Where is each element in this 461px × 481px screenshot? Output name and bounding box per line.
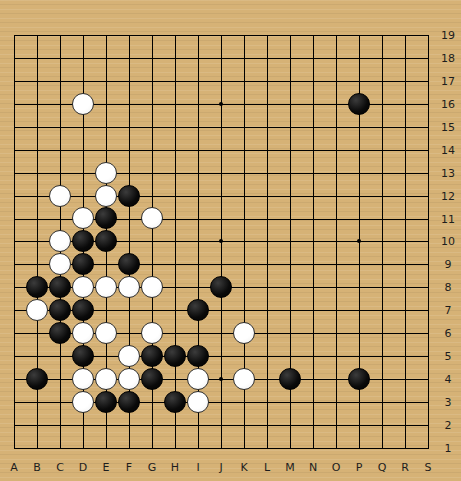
intersection-N2[interactable] xyxy=(302,413,325,436)
intersection-M10[interactable] xyxy=(279,230,302,253)
intersection-E4[interactable] xyxy=(95,368,118,391)
intersection-L19[interactable] xyxy=(256,24,279,47)
intersection-I15[interactable] xyxy=(187,115,210,138)
intersection-J16[interactable] xyxy=(210,92,233,115)
intersection-I11[interactable] xyxy=(187,207,210,230)
intersection-I10[interactable] xyxy=(187,230,210,253)
intersection-M8[interactable] xyxy=(279,276,302,299)
intersection-B16[interactable] xyxy=(26,92,49,115)
intersection-F13[interactable] xyxy=(118,161,141,184)
intersection-O13[interactable] xyxy=(325,161,348,184)
intersection-L12[interactable] xyxy=(256,184,279,207)
intersection-F6[interactable] xyxy=(118,322,141,345)
intersection-H12[interactable] xyxy=(164,184,187,207)
intersection-S14[interactable] xyxy=(417,138,440,161)
intersection-O3[interactable] xyxy=(325,391,348,414)
intersection-B3[interactable] xyxy=(26,391,49,414)
intersection-G12[interactable] xyxy=(141,184,164,207)
intersection-B13[interactable] xyxy=(26,161,49,184)
intersection-O4[interactable] xyxy=(325,368,348,391)
intersection-F18[interactable] xyxy=(118,46,141,69)
intersection-G18[interactable] xyxy=(141,46,164,69)
intersection-H5[interactable] xyxy=(164,345,187,368)
intersection-C5[interactable] xyxy=(49,345,72,368)
intersection-H16[interactable] xyxy=(164,92,187,115)
intersection-N12[interactable] xyxy=(302,184,325,207)
intersection-Q2[interactable] xyxy=(371,413,394,436)
intersection-M18[interactable] xyxy=(279,46,302,69)
intersection-E3[interactable] xyxy=(95,391,118,414)
intersection-J4[interactable] xyxy=(210,368,233,391)
intersection-I18[interactable] xyxy=(187,46,210,69)
intersection-O10[interactable] xyxy=(325,230,348,253)
intersection-F2[interactable] xyxy=(118,413,141,436)
intersection-R15[interactable] xyxy=(394,115,417,138)
intersection-E6[interactable] xyxy=(95,322,118,345)
intersection-Q8[interactable] xyxy=(371,276,394,299)
intersection-H11[interactable] xyxy=(164,207,187,230)
intersection-M5[interactable] xyxy=(279,345,302,368)
intersection-A11[interactable] xyxy=(3,207,26,230)
intersection-P10[interactable] xyxy=(348,230,371,253)
intersection-Q17[interactable] xyxy=(371,69,394,92)
intersection-Q19[interactable] xyxy=(371,24,394,47)
intersection-F4[interactable] xyxy=(118,368,141,391)
intersection-P6[interactable] xyxy=(348,322,371,345)
intersection-R11[interactable] xyxy=(394,207,417,230)
intersection-H10[interactable] xyxy=(164,230,187,253)
intersection-O6[interactable] xyxy=(325,322,348,345)
intersection-G3[interactable] xyxy=(141,391,164,414)
intersection-G9[interactable] xyxy=(141,253,164,276)
intersection-P5[interactable] xyxy=(348,345,371,368)
intersection-K7[interactable] xyxy=(233,299,256,322)
intersection-H2[interactable] xyxy=(164,413,187,436)
intersection-B6[interactable] xyxy=(26,322,49,345)
intersection-H1[interactable] xyxy=(164,436,187,459)
intersection-O11[interactable] xyxy=(325,207,348,230)
intersection-D16[interactable] xyxy=(72,92,95,115)
intersection-K9[interactable] xyxy=(233,253,256,276)
intersection-C6[interactable] xyxy=(49,322,72,345)
intersection-D15[interactable] xyxy=(72,115,95,138)
intersection-P4[interactable] xyxy=(348,368,371,391)
intersection-H14[interactable] xyxy=(164,138,187,161)
intersection-N14[interactable] xyxy=(302,138,325,161)
intersection-A16[interactable] xyxy=(3,92,26,115)
intersection-I16[interactable] xyxy=(187,92,210,115)
intersection-B11[interactable] xyxy=(26,207,49,230)
intersection-L18[interactable] xyxy=(256,46,279,69)
intersection-L11[interactable] xyxy=(256,207,279,230)
intersection-M12[interactable] xyxy=(279,184,302,207)
intersection-S8[interactable] xyxy=(417,276,440,299)
intersection-L3[interactable] xyxy=(256,391,279,414)
intersection-K3[interactable] xyxy=(233,391,256,414)
intersection-A8[interactable] xyxy=(3,276,26,299)
intersection-J19[interactable] xyxy=(210,24,233,47)
intersection-F9[interactable] xyxy=(118,253,141,276)
intersection-O5[interactable] xyxy=(325,345,348,368)
intersection-I8[interactable] xyxy=(187,276,210,299)
intersection-E7[interactable] xyxy=(95,299,118,322)
intersection-P15[interactable] xyxy=(348,115,371,138)
intersection-H18[interactable] xyxy=(164,46,187,69)
intersection-K11[interactable] xyxy=(233,207,256,230)
intersection-G1[interactable] xyxy=(141,436,164,459)
intersection-N5[interactable] xyxy=(302,345,325,368)
intersection-L8[interactable] xyxy=(256,276,279,299)
intersection-S15[interactable] xyxy=(417,115,440,138)
intersection-R16[interactable] xyxy=(394,92,417,115)
intersection-D19[interactable] xyxy=(72,24,95,47)
intersection-L4[interactable] xyxy=(256,368,279,391)
intersection-Q15[interactable] xyxy=(371,115,394,138)
intersection-M17[interactable] xyxy=(279,69,302,92)
intersection-K12[interactable] xyxy=(233,184,256,207)
intersection-G15[interactable] xyxy=(141,115,164,138)
intersection-B4[interactable] xyxy=(26,368,49,391)
intersection-B2[interactable] xyxy=(26,413,49,436)
intersection-G6[interactable] xyxy=(141,322,164,345)
intersection-K15[interactable] xyxy=(233,115,256,138)
intersection-F3[interactable] xyxy=(118,391,141,414)
intersection-E5[interactable] xyxy=(95,345,118,368)
intersection-J7[interactable] xyxy=(210,299,233,322)
intersection-Q3[interactable] xyxy=(371,391,394,414)
intersection-G8[interactable] xyxy=(141,276,164,299)
intersection-H15[interactable] xyxy=(164,115,187,138)
intersection-C3[interactable] xyxy=(49,391,72,414)
intersection-K6[interactable] xyxy=(233,322,256,345)
intersection-D14[interactable] xyxy=(72,138,95,161)
intersection-O14[interactable] xyxy=(325,138,348,161)
intersection-N17[interactable] xyxy=(302,69,325,92)
intersection-L17[interactable] xyxy=(256,69,279,92)
intersection-B14[interactable] xyxy=(26,138,49,161)
intersection-F11[interactable] xyxy=(118,207,141,230)
intersection-N15[interactable] xyxy=(302,115,325,138)
intersection-P8[interactable] xyxy=(348,276,371,299)
intersection-N4[interactable] xyxy=(302,368,325,391)
intersection-S9[interactable] xyxy=(417,253,440,276)
intersection-Q7[interactable] xyxy=(371,299,394,322)
intersection-K2[interactable] xyxy=(233,413,256,436)
intersection-D8[interactable] xyxy=(72,276,95,299)
intersection-S12[interactable] xyxy=(417,184,440,207)
intersection-E16[interactable] xyxy=(95,92,118,115)
intersection-J6[interactable] xyxy=(210,322,233,345)
intersection-J12[interactable] xyxy=(210,184,233,207)
intersection-A2[interactable] xyxy=(3,413,26,436)
intersection-I2[interactable] xyxy=(187,413,210,436)
intersection-L5[interactable] xyxy=(256,345,279,368)
intersection-N3[interactable] xyxy=(302,391,325,414)
intersection-B8[interactable] xyxy=(26,276,49,299)
intersection-A9[interactable] xyxy=(3,253,26,276)
intersection-F8[interactable] xyxy=(118,276,141,299)
intersection-O15[interactable] xyxy=(325,115,348,138)
intersection-G13[interactable] xyxy=(141,161,164,184)
intersection-P1[interactable] xyxy=(348,436,371,459)
intersection-L10[interactable] xyxy=(256,230,279,253)
intersection-I4[interactable] xyxy=(187,368,210,391)
intersection-S17[interactable] xyxy=(417,69,440,92)
intersection-S10[interactable] xyxy=(417,230,440,253)
intersection-S13[interactable] xyxy=(417,161,440,184)
intersection-S2[interactable] xyxy=(417,413,440,436)
intersection-I5[interactable] xyxy=(187,345,210,368)
intersection-F16[interactable] xyxy=(118,92,141,115)
intersection-J8[interactable] xyxy=(210,276,233,299)
intersection-K8[interactable] xyxy=(233,276,256,299)
intersection-J13[interactable] xyxy=(210,161,233,184)
intersection-I12[interactable] xyxy=(187,184,210,207)
intersection-M2[interactable] xyxy=(279,413,302,436)
intersection-P13[interactable] xyxy=(348,161,371,184)
intersection-A17[interactable] xyxy=(3,69,26,92)
intersection-P2[interactable] xyxy=(348,413,371,436)
intersection-R1[interactable] xyxy=(394,436,417,459)
intersection-M15[interactable] xyxy=(279,115,302,138)
intersection-E8[interactable] xyxy=(95,276,118,299)
intersection-Q1[interactable] xyxy=(371,436,394,459)
intersection-A19[interactable] xyxy=(3,24,26,47)
intersection-I6[interactable] xyxy=(187,322,210,345)
intersection-A3[interactable] xyxy=(3,391,26,414)
intersection-P16[interactable] xyxy=(348,92,371,115)
intersection-Q16[interactable] xyxy=(371,92,394,115)
intersection-E17[interactable] xyxy=(95,69,118,92)
intersection-Q14[interactable] xyxy=(371,138,394,161)
intersection-G7[interactable] xyxy=(141,299,164,322)
intersection-B15[interactable] xyxy=(26,115,49,138)
intersection-H3[interactable] xyxy=(164,391,187,414)
intersection-I1[interactable] xyxy=(187,436,210,459)
intersection-K10[interactable] xyxy=(233,230,256,253)
intersection-N7[interactable] xyxy=(302,299,325,322)
intersection-A10[interactable] xyxy=(3,230,26,253)
intersection-H13[interactable] xyxy=(164,161,187,184)
intersection-P19[interactable] xyxy=(348,24,371,47)
intersection-E9[interactable] xyxy=(95,253,118,276)
intersection-H19[interactable] xyxy=(164,24,187,47)
intersection-C4[interactable] xyxy=(49,368,72,391)
intersection-J1[interactable] xyxy=(210,436,233,459)
intersection-B12[interactable] xyxy=(26,184,49,207)
intersection-N6[interactable] xyxy=(302,322,325,345)
intersection-I7[interactable] xyxy=(187,299,210,322)
intersection-R2[interactable] xyxy=(394,413,417,436)
intersection-A18[interactable] xyxy=(3,46,26,69)
intersection-R8[interactable] xyxy=(394,276,417,299)
intersection-C14[interactable] xyxy=(49,138,72,161)
intersection-G19[interactable] xyxy=(141,24,164,47)
intersection-K19[interactable] xyxy=(233,24,256,47)
intersection-E14[interactable] xyxy=(95,138,118,161)
intersection-M19[interactable] xyxy=(279,24,302,47)
intersection-Q5[interactable] xyxy=(371,345,394,368)
intersection-J10[interactable] xyxy=(210,230,233,253)
intersection-B7[interactable] xyxy=(26,299,49,322)
intersection-L6[interactable] xyxy=(256,322,279,345)
intersection-Q11[interactable] xyxy=(371,207,394,230)
intersection-L16[interactable] xyxy=(256,92,279,115)
intersection-R19[interactable] xyxy=(394,24,417,47)
intersection-M13[interactable] xyxy=(279,161,302,184)
intersection-E13[interactable] xyxy=(95,161,118,184)
intersection-M9[interactable] xyxy=(279,253,302,276)
intersection-J17[interactable] xyxy=(210,69,233,92)
intersection-A13[interactable] xyxy=(3,161,26,184)
intersection-O18[interactable] xyxy=(325,46,348,69)
intersection-F15[interactable] xyxy=(118,115,141,138)
intersection-C11[interactable] xyxy=(49,207,72,230)
intersection-J2[interactable] xyxy=(210,413,233,436)
intersection-S3[interactable] xyxy=(417,391,440,414)
intersection-N8[interactable] xyxy=(302,276,325,299)
intersection-C2[interactable] xyxy=(49,413,72,436)
intersection-E19[interactable] xyxy=(95,24,118,47)
intersection-F17[interactable] xyxy=(118,69,141,92)
intersection-F14[interactable] xyxy=(118,138,141,161)
intersection-M4[interactable] xyxy=(279,368,302,391)
intersection-I14[interactable] xyxy=(187,138,210,161)
intersection-C19[interactable] xyxy=(49,24,72,47)
intersection-S18[interactable] xyxy=(417,46,440,69)
intersection-G11[interactable] xyxy=(141,207,164,230)
intersection-G17[interactable] xyxy=(141,69,164,92)
intersection-P12[interactable] xyxy=(348,184,371,207)
intersection-E11[interactable] xyxy=(95,207,118,230)
intersection-P14[interactable] xyxy=(348,138,371,161)
intersection-N16[interactable] xyxy=(302,92,325,115)
intersection-F12[interactable] xyxy=(118,184,141,207)
intersection-B17[interactable] xyxy=(26,69,49,92)
intersection-R4[interactable] xyxy=(394,368,417,391)
intersection-G4[interactable] xyxy=(141,368,164,391)
intersection-Q13[interactable] xyxy=(371,161,394,184)
intersection-R13[interactable] xyxy=(394,161,417,184)
intersection-R18[interactable] xyxy=(394,46,417,69)
intersection-O12[interactable] xyxy=(325,184,348,207)
intersection-E2[interactable] xyxy=(95,413,118,436)
intersection-C15[interactable] xyxy=(49,115,72,138)
intersection-S16[interactable] xyxy=(417,92,440,115)
intersection-Q9[interactable] xyxy=(371,253,394,276)
intersection-C1[interactable] xyxy=(49,436,72,459)
intersection-D17[interactable] xyxy=(72,69,95,92)
intersection-F10[interactable] xyxy=(118,230,141,253)
intersection-J15[interactable] xyxy=(210,115,233,138)
intersection-N1[interactable] xyxy=(302,436,325,459)
intersection-B18[interactable] xyxy=(26,46,49,69)
intersection-I19[interactable] xyxy=(187,24,210,47)
intersection-M16[interactable] xyxy=(279,92,302,115)
intersection-G14[interactable] xyxy=(141,138,164,161)
intersection-N11[interactable] xyxy=(302,207,325,230)
intersection-R3[interactable] xyxy=(394,391,417,414)
intersection-K14[interactable] xyxy=(233,138,256,161)
intersection-D3[interactable] xyxy=(72,391,95,414)
intersection-K18[interactable] xyxy=(233,46,256,69)
intersection-O2[interactable] xyxy=(325,413,348,436)
intersection-D1[interactable] xyxy=(72,436,95,459)
intersection-P9[interactable] xyxy=(348,253,371,276)
intersection-P11[interactable] xyxy=(348,207,371,230)
intersection-R17[interactable] xyxy=(394,69,417,92)
intersection-J9[interactable] xyxy=(210,253,233,276)
intersection-B9[interactable] xyxy=(26,253,49,276)
intersection-A1[interactable] xyxy=(3,436,26,459)
intersection-O8[interactable] xyxy=(325,276,348,299)
intersection-Q4[interactable] xyxy=(371,368,394,391)
intersection-B1[interactable] xyxy=(26,436,49,459)
intersection-K16[interactable] xyxy=(233,92,256,115)
intersection-D6[interactable] xyxy=(72,322,95,345)
intersection-O17[interactable] xyxy=(325,69,348,92)
intersection-K1[interactable] xyxy=(233,436,256,459)
intersection-D13[interactable] xyxy=(72,161,95,184)
intersection-N10[interactable] xyxy=(302,230,325,253)
intersection-K4[interactable] xyxy=(233,368,256,391)
intersection-F19[interactable] xyxy=(118,24,141,47)
intersection-E15[interactable] xyxy=(95,115,118,138)
intersection-D9[interactable] xyxy=(72,253,95,276)
intersection-S1[interactable] xyxy=(417,436,440,459)
intersection-M11[interactable] xyxy=(279,207,302,230)
intersection-S6[interactable] xyxy=(417,322,440,345)
intersection-J5[interactable] xyxy=(210,345,233,368)
intersection-O7[interactable] xyxy=(325,299,348,322)
intersection-K5[interactable] xyxy=(233,345,256,368)
intersection-O16[interactable] xyxy=(325,92,348,115)
intersection-D7[interactable] xyxy=(72,299,95,322)
intersection-J3[interactable] xyxy=(210,391,233,414)
intersection-P7[interactable] xyxy=(348,299,371,322)
intersection-I3[interactable] xyxy=(187,391,210,414)
intersection-K17[interactable] xyxy=(233,69,256,92)
intersection-C17[interactable] xyxy=(49,69,72,92)
intersection-C16[interactable] xyxy=(49,92,72,115)
intersection-F5[interactable] xyxy=(118,345,141,368)
intersection-L1[interactable] xyxy=(256,436,279,459)
intersection-O1[interactable] xyxy=(325,436,348,459)
intersection-F1[interactable] xyxy=(118,436,141,459)
intersection-B5[interactable] xyxy=(26,345,49,368)
intersection-C18[interactable] xyxy=(49,46,72,69)
intersection-Q18[interactable] xyxy=(371,46,394,69)
intersection-I13[interactable] xyxy=(187,161,210,184)
intersection-S5[interactable] xyxy=(417,345,440,368)
intersection-H8[interactable] xyxy=(164,276,187,299)
intersection-O9[interactable] xyxy=(325,253,348,276)
intersection-B19[interactable] xyxy=(26,24,49,47)
intersection-C9[interactable] xyxy=(49,253,72,276)
intersection-R5[interactable] xyxy=(394,345,417,368)
intersection-M14[interactable] xyxy=(279,138,302,161)
intersection-Q6[interactable] xyxy=(371,322,394,345)
intersection-D5[interactable] xyxy=(72,345,95,368)
intersection-D18[interactable] xyxy=(72,46,95,69)
intersection-L7[interactable] xyxy=(256,299,279,322)
intersection-D10[interactable] xyxy=(72,230,95,253)
intersection-Q12[interactable] xyxy=(371,184,394,207)
intersection-C13[interactable] xyxy=(49,161,72,184)
intersection-M6[interactable] xyxy=(279,322,302,345)
intersection-G10[interactable] xyxy=(141,230,164,253)
intersection-S11[interactable] xyxy=(417,207,440,230)
